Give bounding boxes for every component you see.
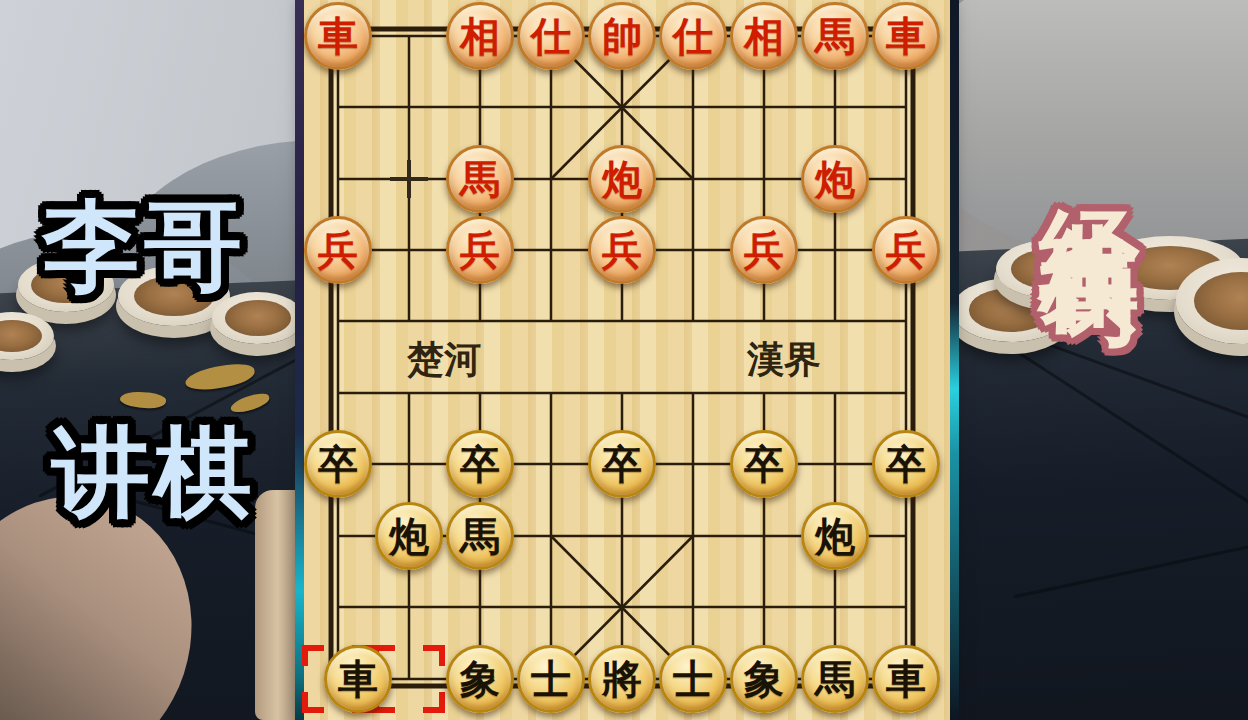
piece-character: 炮 (389, 516, 429, 556)
river-label-left: 楚河 (406, 337, 481, 381)
piece-red-general[interactable]: 帥 (588, 2, 656, 70)
piece-character: 將 (602, 659, 642, 699)
piece-character: 卒 (886, 444, 926, 484)
piece-character: 馬 (460, 516, 500, 556)
piece-red-advisor[interactable]: 仕 (517, 2, 585, 70)
piece-red-advisor[interactable]: 仕 (659, 2, 727, 70)
left-caption-line1: 李哥 (42, 182, 246, 314)
piece-character: 卒 (602, 444, 642, 484)
right-caption: 经典棋句 (1022, 128, 1157, 628)
piece-black-chariot[interactable]: 車 (872, 645, 940, 713)
piece-black-soldier[interactable]: 卒 (588, 430, 656, 498)
piece-red-cannon[interactable]: 炮 (801, 145, 869, 213)
piece-character: 馬 (815, 16, 855, 56)
piece-black-horse[interactable]: 馬 (801, 645, 869, 713)
piece-red-chariot[interactable]: 車 (872, 2, 940, 70)
piece-character: 相 (744, 16, 784, 56)
piece-character: 車 (886, 659, 926, 699)
board-grid: 楚河 漢界 (304, 0, 950, 720)
piece-red-soldier[interactable]: 兵 (872, 216, 940, 284)
piece-red-horse[interactable]: 馬 (446, 145, 514, 213)
piece-character: 炮 (602, 159, 642, 199)
piece-black-soldier[interactable]: 卒 (304, 430, 372, 498)
piece-black-soldier[interactable]: 卒 (446, 430, 514, 498)
piece-character: 卒 (744, 444, 784, 484)
piece-black-elephant[interactable]: 象 (730, 645, 798, 713)
piece-character: 兵 (460, 230, 500, 270)
piece-black-general[interactable]: 將 (588, 645, 656, 713)
piece-black-chariot[interactable]: 車 (324, 645, 392, 713)
piece-red-soldier[interactable]: 兵 (588, 216, 656, 284)
piece-red-horse[interactable]: 馬 (801, 2, 869, 70)
piece-black-elephant[interactable]: 象 (446, 645, 514, 713)
piece-character: 兵 (886, 230, 926, 270)
panel-edge-glow-left (295, 0, 304, 720)
xiangqi-board-panel: 楚河 漢界 (304, 0, 950, 720)
panel-edge-glow-right (950, 0, 959, 720)
piece-character: 士 (531, 659, 571, 699)
piece-black-advisor[interactable]: 士 (659, 645, 727, 713)
piece-character: 象 (744, 659, 784, 699)
piece-character: 兵 (602, 230, 642, 270)
piece-character: 兵 (744, 230, 784, 270)
piece-character: 馬 (460, 159, 500, 199)
river-label-right: 漢界 (746, 337, 821, 381)
piece-black-soldier[interactable]: 卒 (872, 430, 940, 498)
piece-character: 炮 (815, 159, 855, 199)
piece-character: 車 (338, 659, 378, 699)
piece-black-soldier[interactable]: 卒 (730, 430, 798, 498)
piece-character: 相 (460, 16, 500, 56)
piece-black-horse[interactable]: 馬 (446, 502, 514, 570)
piece-red-soldier[interactable]: 兵 (304, 216, 372, 284)
piece-character: 卒 (460, 444, 500, 484)
piece-character: 卒 (318, 444, 358, 484)
piece-character: 炮 (815, 516, 855, 556)
piece-red-soldier[interactable]: 兵 (730, 216, 798, 284)
piece-character: 兵 (318, 230, 358, 270)
piece-black-advisor[interactable]: 士 (517, 645, 585, 713)
scene: 楚河 漢界 車相仕帥仕相馬車馬炮炮兵兵兵兵兵卒卒卒卒卒炮馬炮車象士將士象馬車 李… (0, 0, 1248, 720)
piece-character: 士 (673, 659, 713, 699)
left-caption-line2: 讲棋 (52, 408, 256, 540)
piece-red-chariot[interactable]: 車 (304, 2, 372, 70)
piece-character: 仕 (673, 16, 713, 56)
piece-red-soldier[interactable]: 兵 (446, 216, 514, 284)
piece-character: 象 (460, 659, 500, 699)
piece-character: 車 (886, 16, 926, 56)
piece-black-cannon[interactable]: 炮 (375, 502, 443, 570)
piece-red-elephant[interactable]: 相 (730, 2, 798, 70)
piece-red-elephant[interactable]: 相 (446, 2, 514, 70)
piece-character: 馬 (815, 659, 855, 699)
piece-character: 帥 (602, 16, 642, 56)
piece-black-cannon[interactable]: 炮 (801, 502, 869, 570)
piece-red-cannon[interactable]: 炮 (588, 145, 656, 213)
piece-character: 車 (318, 16, 358, 56)
piece-character: 仕 (531, 16, 571, 56)
